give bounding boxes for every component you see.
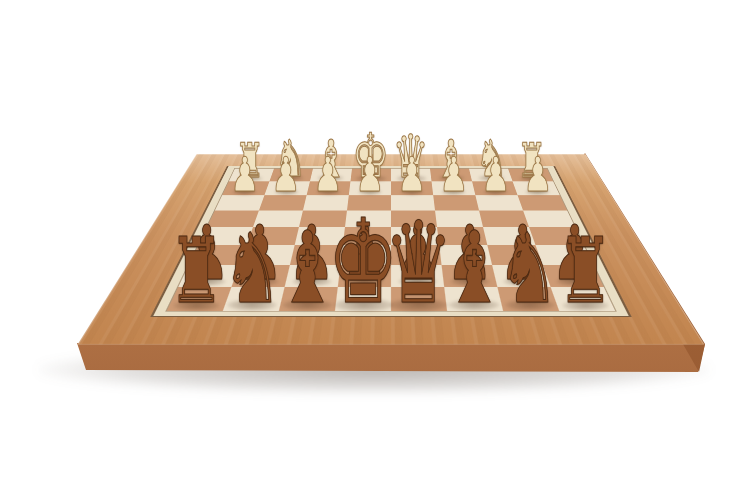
- piece-white-pawn[interactable]: ♟: [228, 151, 260, 199]
- piece-black-rook[interactable]: ♜: [166, 226, 228, 317]
- piece-black-knight[interactable]: ♞: [219, 221, 285, 318]
- chess-photo-scene: ♜♞♝♛♚♝♞♜♟♟♟♟♟♟♟♟♟♟♟♟♟♟♟♟♜♞♝♛♚♝♞♜: [0, 0, 755, 488]
- piece-white-pawn[interactable]: ♟: [312, 151, 344, 199]
- piece-white-pawn[interactable]: ♟: [438, 151, 470, 199]
- piece-black-rook[interactable]: ♜: [554, 226, 616, 317]
- piece-white-pawn[interactable]: ♟: [521, 151, 553, 199]
- piece-white-pawn[interactable]: ♟: [396, 151, 428, 199]
- piece-white-pawn[interactable]: ♟: [270, 151, 302, 199]
- piece-white-pawn[interactable]: ♟: [354, 151, 386, 199]
- piece-white-pawn[interactable]: ♟: [479, 151, 511, 199]
